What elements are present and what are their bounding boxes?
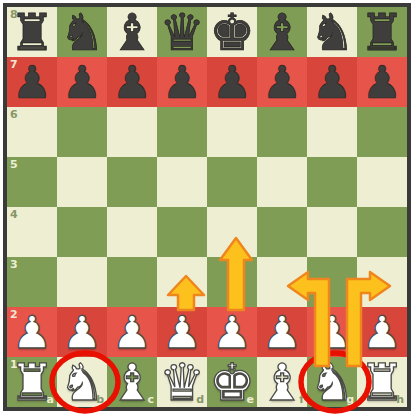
- black-pawn-piece[interactable]: ♟: [207, 57, 257, 107]
- square-d4[interactable]: [157, 207, 207, 257]
- file-label-h: h: [396, 394, 404, 405]
- square-h6[interactable]: [357, 107, 407, 157]
- square-d3[interactable]: [157, 257, 207, 307]
- square-c4[interactable]: [107, 207, 157, 257]
- rank-label-6: 6: [10, 109, 18, 120]
- square-b7[interactable]: ♟: [57, 57, 107, 107]
- square-e8[interactable]: ♚: [207, 7, 257, 57]
- square-f2[interactable]: ♟: [257, 307, 307, 357]
- square-f8[interactable]: ♝: [257, 7, 307, 57]
- square-d5[interactable]: [157, 157, 207, 207]
- square-e3[interactable]: [207, 257, 257, 307]
- black-pawn-piece[interactable]: ♟: [307, 57, 357, 107]
- square-c2[interactable]: ♟: [107, 307, 157, 357]
- white-pawn-piece[interactable]: ♟: [207, 307, 257, 357]
- square-g1[interactable]: g♞: [307, 357, 357, 407]
- file-label-e: e: [247, 394, 254, 405]
- black-knight-piece[interactable]: ♞: [307, 7, 357, 57]
- chess-lesson-screenshot: 8♜♞♝♛♚♝♞♜7♟♟♟♟♟♟♟♟65432♟♟♟♟♟♟♟♟1a♜b♞c♝d♛…: [0, 0, 417, 416]
- rank-label-3: 3: [10, 259, 18, 270]
- white-pawn-piece[interactable]: ♟: [157, 307, 207, 357]
- square-a4[interactable]: 4: [7, 207, 57, 257]
- square-f1[interactable]: f♝: [257, 357, 307, 407]
- square-d7[interactable]: ♟: [157, 57, 207, 107]
- square-h8[interactable]: ♜: [357, 7, 407, 57]
- white-pawn-piece[interactable]: ♟: [57, 307, 107, 357]
- file-label-f: f: [299, 394, 304, 405]
- file-label-b: b: [96, 394, 104, 405]
- square-f7[interactable]: ♟: [257, 57, 307, 107]
- square-a2[interactable]: 2♟: [7, 307, 57, 357]
- square-h2[interactable]: ♟: [357, 307, 407, 357]
- black-king-piece[interactable]: ♚: [207, 7, 257, 57]
- black-rook-piece[interactable]: ♜: [357, 7, 407, 57]
- square-b8[interactable]: ♞: [57, 7, 107, 57]
- square-e7[interactable]: ♟: [207, 57, 257, 107]
- black-pawn-piece[interactable]: ♟: [257, 57, 307, 107]
- black-bishop-piece[interactable]: ♝: [257, 7, 307, 57]
- square-a6[interactable]: 6: [7, 107, 57, 157]
- square-h7[interactable]: ♟: [357, 57, 407, 107]
- rank-label-1: 1: [10, 359, 18, 370]
- square-d2[interactable]: ♟: [157, 307, 207, 357]
- black-bishop-piece[interactable]: ♝: [107, 7, 157, 57]
- square-c5[interactable]: [107, 157, 157, 207]
- square-d1[interactable]: d♛: [157, 357, 207, 407]
- square-e5[interactable]: [207, 157, 257, 207]
- square-f5[interactable]: [257, 157, 307, 207]
- file-label-g: g: [346, 394, 354, 405]
- square-a3[interactable]: 3: [7, 257, 57, 307]
- square-e2[interactable]: ♟: [207, 307, 257, 357]
- square-e1[interactable]: e♚: [207, 357, 257, 407]
- square-c3[interactable]: [107, 257, 157, 307]
- square-g3[interactable]: [307, 257, 357, 307]
- square-g7[interactable]: ♟: [307, 57, 357, 107]
- black-pawn-piece[interactable]: ♟: [157, 57, 207, 107]
- board-grid: 8♜♞♝♛♚♝♞♜7♟♟♟♟♟♟♟♟65432♟♟♟♟♟♟♟♟1a♜b♞c♝d♛…: [7, 7, 407, 407]
- white-pawn-piece[interactable]: ♟: [107, 307, 157, 357]
- square-a5[interactable]: 5: [7, 157, 57, 207]
- black-pawn-piece[interactable]: ♟: [107, 57, 157, 107]
- square-g5[interactable]: [307, 157, 357, 207]
- square-h4[interactable]: [357, 207, 407, 257]
- square-e4[interactable]: [207, 207, 257, 257]
- square-a1[interactable]: 1a♜: [7, 357, 57, 407]
- square-b6[interactable]: [57, 107, 107, 157]
- file-label-c: c: [147, 394, 154, 405]
- square-d6[interactable]: [157, 107, 207, 157]
- square-g6[interactable]: [307, 107, 357, 157]
- white-pawn-piece[interactable]: ♟: [307, 307, 357, 357]
- square-b4[interactable]: [57, 207, 107, 257]
- rank-label-5: 5: [10, 159, 18, 170]
- square-f4[interactable]: [257, 207, 307, 257]
- file-label-d: d: [196, 394, 204, 405]
- rank-label-8: 8: [10, 9, 18, 20]
- square-b3[interactable]: [57, 257, 107, 307]
- square-g4[interactable]: [307, 207, 357, 257]
- square-b1[interactable]: b♞: [57, 357, 107, 407]
- square-f6[interactable]: [257, 107, 307, 157]
- white-pawn-piece[interactable]: ♟: [257, 307, 307, 357]
- square-d8[interactable]: ♛: [157, 7, 207, 57]
- rank-label-7: 7: [10, 59, 18, 70]
- square-c7[interactable]: ♟: [107, 57, 157, 107]
- chess-board: 8♜♞♝♛♚♝♞♜7♟♟♟♟♟♟♟♟65432♟♟♟♟♟♟♟♟1a♜b♞c♝d♛…: [3, 3, 411, 411]
- square-h3[interactable]: [357, 257, 407, 307]
- square-c6[interactable]: [107, 107, 157, 157]
- white-pawn-piece[interactable]: ♟: [357, 307, 407, 357]
- square-g2[interactable]: ♟: [307, 307, 357, 357]
- black-queen-piece[interactable]: ♛: [157, 7, 207, 57]
- black-pawn-piece[interactable]: ♟: [57, 57, 107, 107]
- square-c8[interactable]: ♝: [107, 7, 157, 57]
- rank-label-4: 4: [10, 209, 18, 220]
- square-c1[interactable]: c♝: [107, 357, 157, 407]
- square-g8[interactable]: ♞: [307, 7, 357, 57]
- file-label-a: a: [47, 394, 54, 405]
- square-h5[interactable]: [357, 157, 407, 207]
- square-e6[interactable]: [207, 107, 257, 157]
- square-a7[interactable]: 7♟: [7, 57, 57, 107]
- rank-label-2: 2: [10, 309, 18, 320]
- square-a8[interactable]: 8♜: [7, 7, 57, 57]
- black-pawn-piece[interactable]: ♟: [357, 57, 407, 107]
- square-f3[interactable]: [257, 257, 307, 307]
- black-knight-piece[interactable]: ♞: [57, 7, 107, 57]
- square-h1[interactable]: h♜: [357, 357, 407, 407]
- square-b2[interactable]: ♟: [57, 307, 107, 357]
- square-b5[interactable]: [57, 157, 107, 207]
